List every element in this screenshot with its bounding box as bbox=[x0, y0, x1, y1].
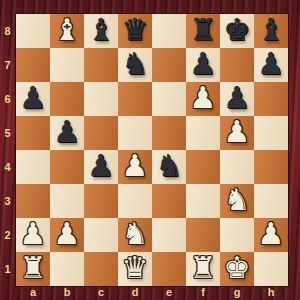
black-knight-piece: ♞ bbox=[156, 151, 183, 181]
square-b8[interactable]: ♝ bbox=[50, 14, 84, 48]
white-bishop-piece: ♝ bbox=[54, 15, 81, 45]
white-rook-piece: ♜ bbox=[190, 253, 217, 283]
black-pawn-piece: ♟ bbox=[54, 117, 81, 147]
rank-label-4: 4 bbox=[0, 150, 15, 184]
file-label-g: g bbox=[220, 286, 254, 300]
square-d1[interactable]: ♛ bbox=[118, 252, 152, 286]
file-label-b: b bbox=[50, 286, 84, 300]
square-h2[interactable]: ♟ bbox=[254, 218, 288, 252]
square-e8[interactable] bbox=[152, 14, 186, 48]
black-pawn-piece: ♟ bbox=[20, 83, 47, 113]
black-pawn-piece: ♟ bbox=[88, 151, 115, 181]
black-bishop-piece: ♝ bbox=[258, 15, 285, 45]
square-d2[interactable]: ♞ bbox=[118, 218, 152, 252]
black-pawn-piece: ♟ bbox=[224, 83, 251, 113]
square-e5[interactable] bbox=[152, 116, 186, 150]
square-h1[interactable] bbox=[254, 252, 288, 286]
black-pawn-piece: ♟ bbox=[190, 49, 217, 79]
square-d3[interactable] bbox=[118, 184, 152, 218]
black-knight-piece: ♞ bbox=[122, 49, 149, 79]
square-c6[interactable] bbox=[84, 82, 118, 116]
square-c7[interactable] bbox=[84, 48, 118, 82]
white-pawn-piece: ♟ bbox=[190, 83, 217, 113]
rank-label-2: 2 bbox=[0, 218, 15, 252]
square-b5[interactable]: ♟ bbox=[50, 116, 84, 150]
square-g7[interactable] bbox=[220, 48, 254, 82]
black-queen-piece: ♛ bbox=[122, 15, 149, 45]
square-b4[interactable] bbox=[50, 150, 84, 184]
square-d7[interactable]: ♞ bbox=[118, 48, 152, 82]
square-d8[interactable]: ♛ bbox=[118, 14, 152, 48]
white-knight-piece: ♞ bbox=[224, 185, 251, 215]
square-d6[interactable] bbox=[118, 82, 152, 116]
white-pawn-piece: ♟ bbox=[258, 219, 285, 249]
square-h8[interactable]: ♝ bbox=[254, 14, 288, 48]
rank-label-7: 7 bbox=[0, 48, 15, 82]
black-king-piece: ♚ bbox=[224, 15, 251, 45]
square-a8[interactable] bbox=[16, 14, 50, 48]
white-pawn-piece: ♟ bbox=[224, 117, 251, 147]
square-f8[interactable]: ♜ bbox=[186, 14, 220, 48]
square-h7[interactable]: ♟ bbox=[254, 48, 288, 82]
white-king-piece: ♚ bbox=[224, 253, 251, 283]
square-c2[interactable] bbox=[84, 218, 118, 252]
black-pawn-piece: ♟ bbox=[258, 49, 285, 79]
white-pawn-piece: ♟ bbox=[20, 219, 47, 249]
square-g8[interactable]: ♚ bbox=[220, 14, 254, 48]
black-rook-piece: ♜ bbox=[190, 15, 217, 45]
rank-label-5: 5 bbox=[0, 116, 15, 150]
square-a5[interactable] bbox=[16, 116, 50, 150]
chess-board-frame: 87654321 ♝♝♛♜♚♝♞♟♟♟♟♟♟♟♟♟♞♞♟♟♞♟♜♛♜♚ abcd… bbox=[0, 0, 300, 300]
white-pawn-piece: ♟ bbox=[122, 151, 149, 181]
square-e3[interactable] bbox=[152, 184, 186, 218]
square-b2[interactable]: ♟ bbox=[50, 218, 84, 252]
file-label-c: c bbox=[84, 286, 118, 300]
square-c8[interactable]: ♝ bbox=[84, 14, 118, 48]
rank-labels: 87654321 bbox=[0, 14, 15, 286]
square-e2[interactable] bbox=[152, 218, 186, 252]
square-c5[interactable] bbox=[84, 116, 118, 150]
square-d5[interactable] bbox=[118, 116, 152, 150]
square-a3[interactable] bbox=[16, 184, 50, 218]
rank-label-3: 3 bbox=[0, 184, 15, 218]
square-c1[interactable] bbox=[84, 252, 118, 286]
square-f6[interactable]: ♟ bbox=[186, 82, 220, 116]
file-label-d: d bbox=[118, 286, 152, 300]
square-a4[interactable] bbox=[16, 150, 50, 184]
file-label-f: f bbox=[186, 286, 220, 300]
square-h4[interactable] bbox=[254, 150, 288, 184]
square-f4[interactable] bbox=[186, 150, 220, 184]
chess-board: ♝♝♛♜♚♝♞♟♟♟♟♟♟♟♟♟♞♞♟♟♞♟♜♛♜♚ bbox=[15, 13, 289, 287]
square-h5[interactable] bbox=[254, 116, 288, 150]
square-a7[interactable] bbox=[16, 48, 50, 82]
square-f1[interactable]: ♜ bbox=[186, 252, 220, 286]
square-c4[interactable]: ♟ bbox=[84, 150, 118, 184]
square-h6[interactable] bbox=[254, 82, 288, 116]
square-e1[interactable] bbox=[152, 252, 186, 286]
square-g6[interactable]: ♟ bbox=[220, 82, 254, 116]
rank-label-6: 6 bbox=[0, 82, 15, 116]
file-label-h: h bbox=[254, 286, 288, 300]
square-b7[interactable] bbox=[50, 48, 84, 82]
square-a1[interactable]: ♜ bbox=[16, 252, 50, 286]
square-g3[interactable]: ♞ bbox=[220, 184, 254, 218]
square-a6[interactable]: ♟ bbox=[16, 82, 50, 116]
square-g2[interactable] bbox=[220, 218, 254, 252]
square-c3[interactable] bbox=[84, 184, 118, 218]
square-a2[interactable]: ♟ bbox=[16, 218, 50, 252]
square-b3[interactable] bbox=[50, 184, 84, 218]
file-label-a: a bbox=[16, 286, 50, 300]
square-e4[interactable]: ♞ bbox=[152, 150, 186, 184]
white-pawn-piece: ♟ bbox=[54, 219, 81, 249]
square-g1[interactable]: ♚ bbox=[220, 252, 254, 286]
rank-label-8: 8 bbox=[0, 14, 15, 48]
square-b1[interactable] bbox=[50, 252, 84, 286]
rank-label-1: 1 bbox=[0, 252, 15, 286]
black-bishop-piece: ♝ bbox=[88, 15, 115, 45]
white-rook-piece: ♜ bbox=[20, 253, 47, 283]
square-e6[interactable] bbox=[152, 82, 186, 116]
square-f7[interactable]: ♟ bbox=[186, 48, 220, 82]
file-label-e: e bbox=[152, 286, 186, 300]
square-g4[interactable] bbox=[220, 150, 254, 184]
square-f2[interactable] bbox=[186, 218, 220, 252]
square-f3[interactable] bbox=[186, 184, 220, 218]
square-e7[interactable] bbox=[152, 48, 186, 82]
file-labels: abcdefgh bbox=[16, 286, 288, 300]
square-b6[interactable] bbox=[50, 82, 84, 116]
white-knight-piece: ♞ bbox=[122, 219, 149, 249]
square-f5[interactable] bbox=[186, 116, 220, 150]
square-g5[interactable]: ♟ bbox=[220, 116, 254, 150]
square-d4[interactable]: ♟ bbox=[118, 150, 152, 184]
white-queen-piece: ♛ bbox=[122, 253, 149, 283]
square-h3[interactable] bbox=[254, 184, 288, 218]
